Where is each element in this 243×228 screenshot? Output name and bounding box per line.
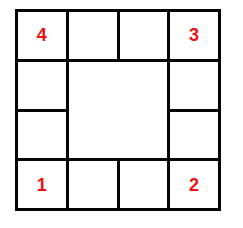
cell-r1c2[interactable] xyxy=(69,12,117,59)
corner-number-top-left: 4 xyxy=(37,26,47,44)
cell-r4c4-corner[interactable]: 2 xyxy=(170,161,218,208)
cell-r1c3[interactable] xyxy=(120,12,168,59)
corner-number-top-right: 3 xyxy=(189,26,199,44)
puzzle-page: 4 3 1 2 xyxy=(0,0,243,228)
corner-number-bottom-right: 2 xyxy=(189,176,199,194)
center-merged-cell[interactable] xyxy=(69,62,168,159)
cell-r1c4-corner[interactable]: 3 xyxy=(170,12,218,59)
cell-r2c4[interactable] xyxy=(170,62,218,109)
cell-r4c3[interactable] xyxy=(120,161,168,208)
corner-number-bottom-left: 1 xyxy=(37,176,47,194)
puzzle-board: 4 3 1 2 xyxy=(15,9,221,211)
cell-r4c2[interactable] xyxy=(69,161,117,208)
cell-r1c1-corner[interactable]: 4 xyxy=(18,12,66,59)
cell-r3c1[interactable] xyxy=(18,112,66,159)
cell-r4c1-corner[interactable]: 1 xyxy=(18,161,66,208)
cell-r2c1[interactable] xyxy=(18,62,66,109)
cell-r3c4[interactable] xyxy=(170,112,218,159)
